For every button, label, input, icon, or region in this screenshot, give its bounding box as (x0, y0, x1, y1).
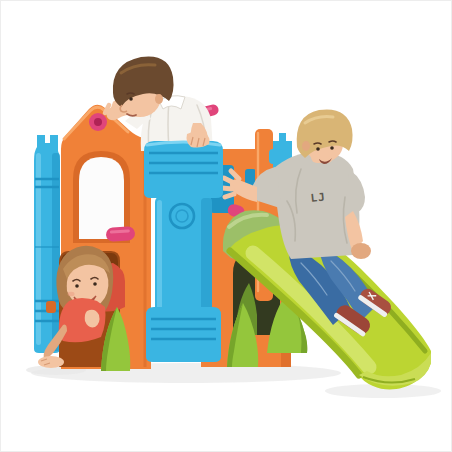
girl-eye-left (75, 284, 79, 288)
girl-blush (68, 292, 75, 296)
boy2-eye-left (316, 147, 320, 151)
panel-handle (106, 226, 136, 242)
girl-hand-ground (38, 356, 64, 368)
left-turret (34, 135, 60, 353)
boy2-eye-right (330, 146, 334, 150)
center-turret (144, 141, 223, 362)
girl-eye-right (93, 282, 97, 286)
left-turret-highlight (36, 153, 41, 345)
window-opening (79, 157, 124, 239)
center-turret-base (146, 307, 221, 362)
boy2-hand-right (351, 243, 371, 259)
center-column-highlight (157, 200, 162, 310)
boy2-shirt-print: LJ (310, 190, 327, 205)
left-turret-peg (46, 301, 56, 313)
dial-center (94, 118, 102, 126)
boy1-ear (155, 94, 163, 104)
center-column-shade (201, 198, 212, 312)
center-turret-cap (144, 141, 223, 198)
boy1-eye (129, 97, 133, 101)
post-nub (269, 149, 283, 164)
playground-illustration: LJ (1, 1, 452, 452)
product-photo: LJ (0, 0, 452, 452)
boy2-ear (302, 141, 310, 151)
